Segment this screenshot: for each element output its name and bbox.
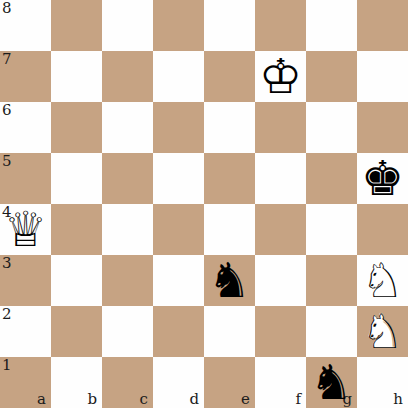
square-g6[interactable] [306, 102, 357, 153]
square-b1[interactable] [51, 357, 102, 408]
square-g8[interactable] [306, 0, 357, 51]
square-f2[interactable] [255, 306, 306, 357]
square-c6[interactable] [102, 102, 153, 153]
square-d7[interactable] [153, 51, 204, 102]
square-e6[interactable] [204, 102, 255, 153]
square-h4[interactable] [357, 204, 408, 255]
white-king-outline: ♔ [255, 51, 306, 102]
square-e8[interactable] [204, 0, 255, 51]
square-h1[interactable] [357, 357, 408, 408]
square-d6[interactable] [153, 102, 204, 153]
square-h8[interactable] [357, 0, 408, 51]
square-d4[interactable] [153, 204, 204, 255]
square-a2[interactable] [0, 306, 51, 357]
square-e5[interactable] [204, 153, 255, 204]
square-c8[interactable] [102, 0, 153, 51]
square-g2[interactable] [306, 306, 357, 357]
square-d8[interactable] [153, 0, 204, 51]
white-king[interactable]: ♚♔ [255, 51, 306, 102]
white-queen[interactable]: ♛♕ [0, 204, 51, 255]
square-b3[interactable] [51, 255, 102, 306]
square-d3[interactable] [153, 255, 204, 306]
white-knight[interactable]: ♞♘ [357, 255, 408, 306]
square-a3[interactable] [0, 255, 51, 306]
white-queen-outline: ♕ [0, 204, 51, 255]
square-b6[interactable] [51, 102, 102, 153]
square-a5[interactable] [0, 153, 51, 204]
square-c3[interactable] [102, 255, 153, 306]
square-c7[interactable] [102, 51, 153, 102]
square-a6[interactable] [0, 102, 51, 153]
square-b2[interactable] [51, 306, 102, 357]
square-g7[interactable] [306, 51, 357, 102]
square-f1[interactable] [255, 357, 306, 408]
square-g4[interactable] [306, 204, 357, 255]
square-c1[interactable] [102, 357, 153, 408]
square-a1[interactable] [0, 357, 51, 408]
black-king-glyph: ♚ [357, 153, 408, 204]
square-e7[interactable] [204, 51, 255, 102]
square-g3[interactable] [306, 255, 357, 306]
square-e4[interactable] [204, 204, 255, 255]
square-f4[interactable] [255, 204, 306, 255]
white-knight-outline: ♘ [357, 306, 408, 357]
square-e2[interactable] [204, 306, 255, 357]
white-knight[interactable]: ♞♘ [357, 306, 408, 357]
square-f3[interactable] [255, 255, 306, 306]
square-f8[interactable] [255, 0, 306, 51]
square-a7[interactable] [0, 51, 51, 102]
square-h7[interactable] [357, 51, 408, 102]
square-c4[interactable] [102, 204, 153, 255]
square-e1[interactable] [204, 357, 255, 408]
white-knight-outline: ♘ [357, 255, 408, 306]
square-b5[interactable] [51, 153, 102, 204]
black-knight[interactable]: ♞ [306, 357, 357, 408]
square-b4[interactable] [51, 204, 102, 255]
black-knight[interactable]: ♞ [204, 255, 255, 306]
square-d1[interactable] [153, 357, 204, 408]
square-d5[interactable] [153, 153, 204, 204]
square-f5[interactable] [255, 153, 306, 204]
square-h6[interactable] [357, 102, 408, 153]
square-c2[interactable] [102, 306, 153, 357]
black-knight-glyph: ♞ [204, 255, 255, 306]
square-d2[interactable] [153, 306, 204, 357]
square-b7[interactable] [51, 51, 102, 102]
square-c5[interactable] [102, 153, 153, 204]
black-king[interactable]: ♚ [357, 153, 408, 204]
square-g5[interactable] [306, 153, 357, 204]
square-b8[interactable] [51, 0, 102, 51]
black-knight-glyph: ♞ [306, 357, 357, 408]
square-a8[interactable] [0, 0, 51, 51]
chess-board: 87654321abcdefgh♚♔♚♛♕♞♞♘♞♘♞ [0, 0, 408, 408]
square-f6[interactable] [255, 102, 306, 153]
